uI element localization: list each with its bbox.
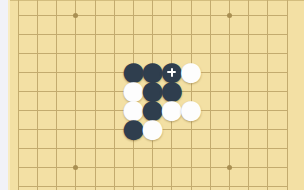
vertical-grid-line bbox=[18, 0, 19, 190]
vertical-grid-line bbox=[287, 0, 288, 190]
gomoku-board[interactable]: ●●●●●●●●●●●●● bbox=[8, 0, 304, 190]
horizontal-grid-line bbox=[18, 167, 288, 168]
vertical-grid-line bbox=[229, 0, 230, 190]
horizontal-grid-line bbox=[18, 148, 288, 149]
vertical-grid-line bbox=[95, 0, 96, 190]
vertical-grid-line bbox=[37, 0, 38, 190]
vertical-grid-line bbox=[210, 0, 211, 190]
stone-glyph: ● bbox=[141, 119, 164, 137]
horizontal-grid-line bbox=[18, 186, 288, 187]
stone-glyph: ● bbox=[180, 100, 203, 118]
board-top-edge bbox=[10, 0, 304, 1]
horizontal-grid-line bbox=[18, 53, 288, 54]
vertical-grid-line bbox=[56, 0, 57, 190]
vertical-grid-line bbox=[267, 0, 268, 190]
white-stone: ● bbox=[182, 101, 200, 119]
white-stone: ● bbox=[144, 120, 162, 138]
white-stone: ● bbox=[163, 101, 181, 119]
vertical-grid-line bbox=[75, 0, 76, 190]
vertical-grid-line bbox=[114, 0, 115, 190]
vertical-grid-line bbox=[248, 0, 249, 190]
star-point bbox=[73, 165, 78, 170]
white-stone: ● bbox=[182, 63, 200, 81]
app-screen: ●●●●●●●●●●●●● bbox=[0, 0, 304, 190]
horizontal-grid-line bbox=[18, 34, 288, 35]
horizontal-grid-line bbox=[18, 15, 288, 16]
star-point bbox=[227, 13, 232, 18]
star-point bbox=[227, 165, 232, 170]
black-stone: ● bbox=[125, 120, 143, 138]
star-point bbox=[73, 13, 78, 18]
